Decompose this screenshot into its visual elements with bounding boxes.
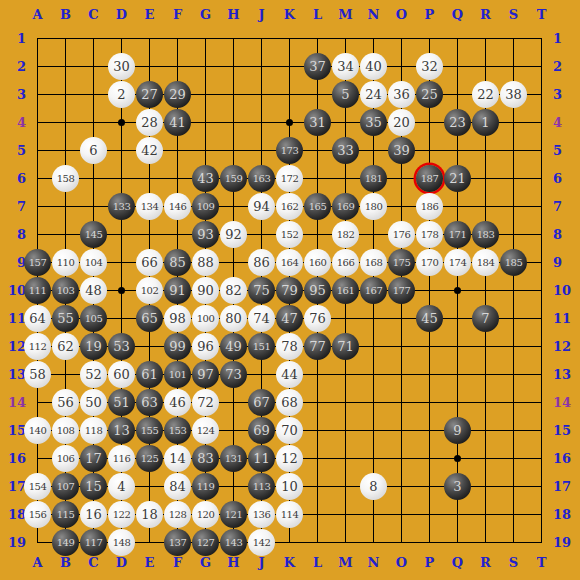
stone-P8-move-178[interactable]: 178: [416, 221, 443, 248]
stone-N3-move-24[interactable]: 24: [360, 81, 387, 108]
col-label-top-M: M: [332, 8, 360, 21]
stone-J11-move-74[interactable]: 74: [248, 305, 275, 332]
col-label-top-N: N: [360, 8, 388, 21]
stone-P7-move-186[interactable]: 186: [416, 193, 443, 220]
stone-C8-move-145[interactable]: 145: [80, 221, 107, 248]
stone-O9-move-175[interactable]: 175: [388, 249, 415, 276]
stone-A12-move-112[interactable]: 112: [24, 333, 51, 360]
stone-R8-move-183[interactable]: 183: [472, 221, 499, 248]
col-label-top-S: S: [500, 8, 528, 21]
stone-G11-move-100[interactable]: 100: [192, 305, 219, 332]
col-label-top-L: L: [304, 8, 332, 21]
col-label-top-P: P: [416, 8, 444, 21]
col-label-bottom-Q: Q: [444, 556, 472, 569]
col-label-bottom-N: N: [360, 556, 388, 569]
stone-B14-move-56[interactable]: 56: [52, 389, 79, 416]
stone-Q15-move-9[interactable]: 9: [444, 417, 471, 444]
stone-E14-move-63[interactable]: 63: [136, 389, 163, 416]
stone-A9-move-157[interactable]: 157: [24, 249, 51, 276]
col-label-bottom-H: H: [220, 556, 248, 569]
stone-G18-move-120[interactable]: 120: [192, 501, 219, 528]
stone-O10-move-177[interactable]: 177: [388, 277, 415, 304]
stone-G7-move-109[interactable]: 109: [192, 193, 219, 220]
stone-O3-move-36[interactable]: 36: [388, 81, 415, 108]
stone-F11-move-98[interactable]: 98: [164, 305, 191, 332]
stone-D15-move-13[interactable]: 13: [108, 417, 135, 444]
stone-E10-move-102[interactable]: 102: [136, 277, 163, 304]
stone-G13-move-97[interactable]: 97: [192, 361, 219, 388]
stone-P9-move-170[interactable]: 170: [416, 249, 443, 276]
stone-B9-move-110[interactable]: 110: [52, 249, 79, 276]
col-label-top-T: T: [528, 8, 556, 21]
stone-G14-move-72[interactable]: 72: [192, 389, 219, 416]
stone-M12-move-71[interactable]: 71: [332, 333, 359, 360]
stone-P3-move-25[interactable]: 25: [416, 81, 443, 108]
stone-C9-move-104[interactable]: 104: [80, 249, 107, 276]
col-label-top-K: K: [276, 8, 304, 21]
stone-C12-move-19[interactable]: 19: [80, 333, 107, 360]
stone-J6-move-163[interactable]: 163: [248, 165, 275, 192]
stone-B16-move-106[interactable]: 106: [52, 445, 79, 472]
stone-O8-move-176[interactable]: 176: [388, 221, 415, 248]
stone-F17-move-84[interactable]: 84: [164, 473, 191, 500]
stone-C19-move-117[interactable]: 117: [80, 529, 107, 556]
stone-C15-move-118[interactable]: 118: [80, 417, 107, 444]
stone-B10-move-103[interactable]: 103: [52, 277, 79, 304]
stone-C16-move-17[interactable]: 17: [80, 445, 107, 472]
col-label-top-O: O: [388, 8, 416, 21]
stones-layer: 3037344032227295243625223828413135202316…: [24, 25, 556, 557]
col-label-bottom-P: P: [416, 556, 444, 569]
stone-L11-move-76[interactable]: 76: [304, 305, 331, 332]
stone-J17-move-113[interactable]: 113: [248, 473, 275, 500]
col-label-bottom-B: B: [52, 556, 80, 569]
stone-N4-move-35[interactable]: 35: [360, 109, 387, 136]
stone-B11-move-55[interactable]: 55: [52, 305, 79, 332]
stone-Q8-move-171[interactable]: 171: [444, 221, 471, 248]
col-label-top-Q: Q: [444, 8, 472, 21]
stone-D2-move-30[interactable]: 30: [108, 53, 135, 80]
stone-K10-move-79[interactable]: 79: [276, 277, 303, 304]
stone-E16-move-125[interactable]: 125: [136, 445, 163, 472]
col-label-top-B: B: [52, 8, 80, 21]
stone-E13-move-61[interactable]: 61: [136, 361, 163, 388]
stone-R11-move-7[interactable]: 7: [472, 305, 499, 332]
stone-Q6-move-21[interactable]: 21: [444, 165, 471, 192]
stone-F13-move-101[interactable]: 101: [164, 361, 191, 388]
col-label-bottom-L: L: [304, 556, 332, 569]
stone-H19-move-143[interactable]: 143: [220, 529, 247, 556]
stone-Q17-move-3[interactable]: 3: [444, 473, 471, 500]
stone-F18-move-128[interactable]: 128: [164, 501, 191, 528]
stone-L4-move-31[interactable]: 31: [304, 109, 331, 136]
stone-M3-move-5[interactable]: 5: [332, 81, 359, 108]
stone-H18-move-121[interactable]: 121: [220, 501, 247, 528]
stone-M10-move-161[interactable]: 161: [332, 277, 359, 304]
stone-H16-move-131[interactable]: 131: [220, 445, 247, 472]
stone-F7-move-146[interactable]: 146: [164, 193, 191, 220]
col-label-top-A: A: [24, 8, 52, 21]
stone-N10-move-167[interactable]: 167: [360, 277, 387, 304]
stone-A17-move-154[interactable]: 154: [24, 473, 51, 500]
stone-N9-move-168[interactable]: 168: [360, 249, 387, 276]
stone-B12-move-62[interactable]: 62: [52, 333, 79, 360]
stone-O5-move-39[interactable]: 39: [388, 137, 415, 164]
stone-A13-move-58[interactable]: 58: [24, 361, 51, 388]
stone-E4-move-28[interactable]: 28: [136, 109, 163, 136]
stone-D16-move-116[interactable]: 116: [108, 445, 135, 472]
stone-G6-move-43[interactable]: 43: [192, 165, 219, 192]
stone-G17-move-119[interactable]: 119: [192, 473, 219, 500]
stone-G8-move-93[interactable]: 93: [192, 221, 219, 248]
stone-B19-move-149[interactable]: 149: [52, 529, 79, 556]
stone-H11-move-80[interactable]: 80: [220, 305, 247, 332]
stone-K8-move-152[interactable]: 152: [276, 221, 303, 248]
stone-F10-move-91[interactable]: 91: [164, 277, 191, 304]
col-label-bottom-G: G: [192, 556, 220, 569]
stone-A18-move-156[interactable]: 156: [24, 501, 51, 528]
stone-G9-move-88[interactable]: 88: [192, 249, 219, 276]
stone-K5-move-173[interactable]: 173: [276, 137, 303, 164]
stone-L2-move-37[interactable]: 37: [304, 53, 331, 80]
stone-G15-move-124[interactable]: 124: [192, 417, 219, 444]
col-label-bottom-A: A: [24, 556, 52, 569]
stone-M9-move-166[interactable]: 166: [332, 249, 359, 276]
stone-D12-move-53[interactable]: 53: [108, 333, 135, 360]
stone-K14-move-68[interactable]: 68: [276, 389, 303, 416]
stone-K11-move-47[interactable]: 47: [276, 305, 303, 332]
col-label-bottom-R: R: [472, 556, 500, 569]
stone-F9-move-85[interactable]: 85: [164, 249, 191, 276]
stone-R3-move-22[interactable]: 22: [472, 81, 499, 108]
stone-R4-move-1[interactable]: 1: [472, 109, 499, 136]
stone-K16-move-12[interactable]: 12: [276, 445, 303, 472]
stone-D3-move-2[interactable]: 2: [108, 81, 135, 108]
stone-E7-move-134[interactable]: 134: [136, 193, 163, 220]
stone-K7-move-162[interactable]: 162: [276, 193, 303, 220]
stone-C11-move-105[interactable]: 105: [80, 305, 107, 332]
stone-F19-move-137[interactable]: 137: [164, 529, 191, 556]
stone-G12-move-96[interactable]: 96: [192, 333, 219, 360]
stone-Q4-move-23[interactable]: 23: [444, 109, 471, 136]
column-labels-top: ABCDEFGHJKLMNOPQRST: [24, 4, 556, 24]
stone-H10-move-82[interactable]: 82: [220, 277, 247, 304]
col-label-bottom-J: J: [248, 556, 276, 569]
stone-D13-move-60[interactable]: 60: [108, 361, 135, 388]
stone-H6-move-159[interactable]: 159: [220, 165, 247, 192]
stone-N6-move-181[interactable]: 181: [360, 165, 387, 192]
stone-B18-move-115[interactable]: 115: [52, 501, 79, 528]
stone-D18-move-122[interactable]: 122: [108, 501, 135, 528]
col-label-top-C: C: [80, 8, 108, 21]
stone-C17-move-15[interactable]: 15: [80, 473, 107, 500]
stone-M5-move-33[interactable]: 33: [332, 137, 359, 164]
stone-D17-move-4[interactable]: 4: [108, 473, 135, 500]
stone-K13-move-44[interactable]: 44: [276, 361, 303, 388]
stone-J7-move-94[interactable]: 94: [248, 193, 275, 220]
stone-B6-move-158[interactable]: 158: [52, 165, 79, 192]
stone-J12-move-151[interactable]: 151: [248, 333, 275, 360]
col-label-top-D: D: [108, 8, 136, 21]
stone-J10-move-75[interactable]: 75: [248, 277, 275, 304]
stone-E3-move-27[interactable]: 27: [136, 81, 163, 108]
stone-J18-move-136[interactable]: 136: [248, 501, 275, 528]
stone-K18-move-114[interactable]: 114: [276, 501, 303, 528]
col-label-bottom-E: E: [136, 556, 164, 569]
stone-G19-move-127[interactable]: 127: [192, 529, 219, 556]
col-label-bottom-O: O: [388, 556, 416, 569]
stone-D14-move-51[interactable]: 51: [108, 389, 135, 416]
stone-A11-move-64[interactable]: 64: [24, 305, 51, 332]
stone-B17-move-107[interactable]: 107: [52, 473, 79, 500]
stone-K15-move-70[interactable]: 70: [276, 417, 303, 444]
stone-E9-move-66[interactable]: 66: [136, 249, 163, 276]
stone-G16-move-83[interactable]: 83: [192, 445, 219, 472]
stone-G10-move-90[interactable]: 90: [192, 277, 219, 304]
stone-D19-move-148[interactable]: 148: [108, 529, 135, 556]
stone-J9-move-86[interactable]: 86: [248, 249, 275, 276]
stone-L12-move-77[interactable]: 77: [304, 333, 331, 360]
col-label-bottom-T: T: [528, 556, 556, 569]
col-label-top-H: H: [220, 8, 248, 21]
stone-A10-move-111[interactable]: 111: [24, 277, 51, 304]
stone-K9-move-164[interactable]: 164: [276, 249, 303, 276]
stone-K12-move-78[interactable]: 78: [276, 333, 303, 360]
stone-E18-move-18[interactable]: 18: [136, 501, 163, 528]
col-label-bottom-F: F: [164, 556, 192, 569]
stone-E11-move-65[interactable]: 65: [136, 305, 163, 332]
stone-M2-move-34[interactable]: 34: [332, 53, 359, 80]
stone-E5-move-42[interactable]: 42: [136, 137, 163, 164]
stone-M8-move-182[interactable]: 182: [332, 221, 359, 248]
stone-F16-move-14[interactable]: 14: [164, 445, 191, 472]
col-label-top-E: E: [136, 8, 164, 21]
col-label-bottom-D: D: [108, 556, 136, 569]
stone-L7-move-165[interactable]: 165: [304, 193, 331, 220]
stone-F4-move-41[interactable]: 41: [164, 109, 191, 136]
stone-D7-move-133[interactable]: 133: [108, 193, 135, 220]
stone-S9-move-185[interactable]: 185: [500, 249, 527, 276]
stone-J14-move-67[interactable]: 67: [248, 389, 275, 416]
stone-C10-move-48[interactable]: 48: [80, 277, 107, 304]
stone-J15-move-69[interactable]: 69: [248, 417, 275, 444]
stone-A15-move-140[interactable]: 140: [24, 417, 51, 444]
stone-F12-move-99[interactable]: 99: [164, 333, 191, 360]
stone-P6-move-187[interactable]: 187: [416, 165, 443, 192]
stone-C18-move-16[interactable]: 16: [80, 501, 107, 528]
stone-Q9-move-174[interactable]: 174: [444, 249, 471, 276]
stone-N2-move-40[interactable]: 40: [360, 53, 387, 80]
stone-H13-move-73[interactable]: 73: [220, 361, 247, 388]
stone-K6-move-172[interactable]: 172: [276, 165, 303, 192]
col-label-top-R: R: [472, 8, 500, 21]
stone-C5-move-6[interactable]: 6: [80, 137, 107, 164]
stone-H8-move-92[interactable]: 92: [220, 221, 247, 248]
col-label-bottom-K: K: [276, 556, 304, 569]
stone-R9-move-184[interactable]: 184: [472, 249, 499, 276]
stone-P2-move-32[interactable]: 32: [416, 53, 443, 80]
stone-C14-move-50[interactable]: 50: [80, 389, 107, 416]
col-label-top-F: F: [164, 8, 192, 21]
col-label-bottom-C: C: [80, 556, 108, 569]
stone-N17-move-8[interactable]: 8: [360, 473, 387, 500]
stone-P11-move-45[interactable]: 45: [416, 305, 443, 332]
stone-L10-move-95[interactable]: 95: [304, 277, 331, 304]
stone-L9-move-160[interactable]: 160: [304, 249, 331, 276]
stone-B15-move-108[interactable]: 108: [52, 417, 79, 444]
col-label-bottom-M: M: [332, 556, 360, 569]
stone-E15-move-155[interactable]: 155: [136, 417, 163, 444]
stone-S3-move-38[interactable]: 38: [500, 81, 527, 108]
stone-C13-move-52[interactable]: 52: [80, 361, 107, 388]
stone-N7-move-180[interactable]: 180: [360, 193, 387, 220]
stone-K17-move-10[interactable]: 10: [276, 473, 303, 500]
col-label-top-J: J: [248, 8, 276, 21]
stone-J16-move-11[interactable]: 11: [248, 445, 275, 472]
stone-F15-move-153[interactable]: 153: [164, 417, 191, 444]
stone-H12-move-49[interactable]: 49: [220, 333, 247, 360]
go-board-screen: ABCDEFGHJKLMNOPQRST ABCDEFGHJKLMNOPQRST …: [0, 0, 580, 580]
col-label-top-G: G: [192, 8, 220, 21]
stone-O4-move-20[interactable]: 20: [388, 109, 415, 136]
col-label-bottom-S: S: [500, 556, 528, 569]
stone-F14-move-46[interactable]: 46: [164, 389, 191, 416]
stone-F3-move-29[interactable]: 29: [164, 81, 191, 108]
stone-J19-move-142[interactable]: 142: [248, 529, 275, 556]
stone-M7-move-169[interactable]: 169: [332, 193, 359, 220]
